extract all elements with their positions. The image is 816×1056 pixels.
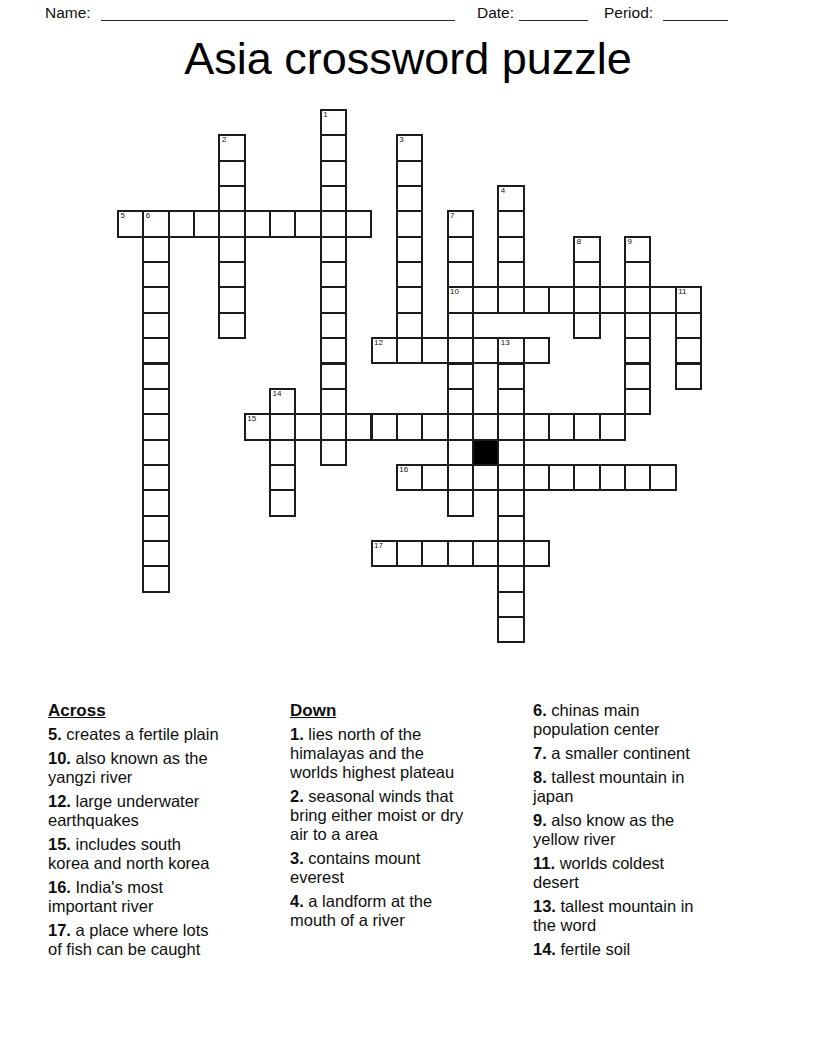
- grid-cell[interactable]: [396, 540, 423, 567]
- grid-cell[interactable]: [396, 185, 423, 212]
- grid-cell[interactable]: [649, 286, 676, 313]
- clue-number: 11: [678, 287, 686, 297]
- grid-cell[interactable]: [320, 286, 347, 313]
- grid-cell[interactable]: [523, 286, 550, 313]
- grid-cell[interactable]: [320, 388, 347, 415]
- grid-cell[interactable]: [599, 464, 626, 491]
- grid-cell[interactable]: 4: [497, 185, 524, 212]
- grid-cell[interactable]: [320, 337, 347, 364]
- grid-cell[interactable]: 13: [497, 337, 524, 364]
- grid-cell[interactable]: [371, 413, 398, 440]
- clue-number: 1: [323, 110, 327, 120]
- clue-number: 7: [450, 211, 454, 221]
- grid-cell[interactable]: [497, 261, 524, 288]
- grid-cell[interactable]: [320, 160, 347, 187]
- grid-cell[interactable]: [320, 134, 347, 161]
- grid-cell[interactable]: 12: [371, 337, 398, 364]
- clue-down-9: 9. also know as the yellow river: [533, 811, 711, 849]
- grid-cell[interactable]: [675, 312, 702, 339]
- grid-cell[interactable]: [472, 337, 499, 364]
- grid-cell[interactable]: [294, 210, 321, 237]
- clue-down-6: 6. chinas main population center: [533, 701, 711, 739]
- grid-cell[interactable]: [472, 540, 499, 567]
- clue-number: 3: [399, 135, 403, 145]
- grid-cell[interactable]: [624, 312, 651, 339]
- grid-cell[interactable]: [396, 312, 423, 339]
- grid-cell[interactable]: [320, 363, 347, 390]
- grid-cell[interactable]: [142, 413, 169, 440]
- grid-cell[interactable]: [142, 286, 169, 313]
- grid-cell[interactable]: [447, 388, 474, 415]
- grid-cell[interactable]: [218, 312, 245, 339]
- crossword-grid: 1234567891011121314151617: [117, 109, 703, 644]
- clue-down-1: 1. lies north of the himalayas and the w…: [290, 725, 466, 782]
- grid-cell[interactable]: [624, 363, 651, 390]
- clue-number: 16: [399, 465, 408, 475]
- grid-cell[interactable]: [218, 236, 245, 263]
- clue-number: 13: [501, 338, 510, 348]
- clue-across-5: 5. creates a fertile plain: [48, 725, 225, 744]
- clue-number: 8: [577, 237, 581, 247]
- grid-cell[interactable]: [320, 312, 347, 339]
- clue-across-12: 12. large underwater earthquakes: [48, 792, 225, 830]
- down-clues-1: Down 1. lies north of the himalayas and …: [290, 701, 466, 935]
- grid-cell[interactable]: [320, 261, 347, 288]
- grid-cell[interactable]: 15: [244, 413, 271, 440]
- grid-cell[interactable]: [497, 591, 524, 618]
- grid-cell[interactable]: [193, 210, 220, 237]
- clue-number: 6: [146, 211, 150, 221]
- grid-cell[interactable]: [345, 413, 372, 440]
- grid-cell[interactable]: [497, 515, 524, 542]
- grid-cell[interactable]: [624, 286, 651, 313]
- grid-cell[interactable]: [675, 337, 702, 364]
- grid-cell[interactable]: [294, 413, 321, 440]
- grid-cell[interactable]: [497, 489, 524, 516]
- clue-across-17: 17. a place where lots of fish can be ca…: [48, 921, 225, 959]
- grid-cell[interactable]: [447, 312, 474, 339]
- grid-cell[interactable]: [320, 210, 347, 237]
- grid-cell[interactable]: [447, 261, 474, 288]
- grid-cell[interactable]: [599, 413, 626, 440]
- clue-across-15: 15. includes south korea and north korea: [48, 835, 225, 873]
- grid-cell[interactable]: [447, 337, 474, 364]
- grid-cell[interactable]: [396, 160, 423, 187]
- grid-cell[interactable]: [624, 464, 651, 491]
- grid-cell[interactable]: 7: [447, 210, 474, 237]
- clue-down-4: 4. a landform at the mouth of a river: [290, 892, 466, 930]
- grid-cell[interactable]: [142, 388, 169, 415]
- clue-across-16: 16. India's most important river: [48, 878, 225, 916]
- grid-cell[interactable]: [472, 286, 499, 313]
- grid-cell[interactable]: [320, 439, 347, 466]
- grid-cell[interactable]: [624, 388, 651, 415]
- clue-number: 2: [222, 135, 226, 145]
- grid-cell[interactable]: [447, 236, 474, 263]
- clue-down-2: 2. seasonal winds that bring either mois…: [290, 787, 466, 844]
- grid-cell[interactable]: 2: [218, 134, 245, 161]
- grid-cell[interactable]: [218, 286, 245, 313]
- grid-cell[interactable]: [497, 540, 524, 567]
- grid-cell[interactable]: [573, 286, 600, 313]
- grid-cell[interactable]: [497, 464, 524, 491]
- grid-cell[interactable]: [142, 489, 169, 516]
- grid-cell[interactable]: [269, 489, 296, 516]
- grid-cell[interactable]: [142, 261, 169, 288]
- clue-down-3: 3. contains mount everest: [290, 849, 466, 887]
- across-clues: Across 5. creates a fertile plain 10. al…: [48, 701, 225, 964]
- clue-down-7: 7. a smaller continent: [533, 744, 711, 763]
- grid-cell[interactable]: [269, 439, 296, 466]
- grid-cell[interactable]: [573, 413, 600, 440]
- clue-number: 9: [628, 237, 632, 247]
- grid-cell[interactable]: [218, 160, 245, 187]
- worksheet-page: { "game": "crossword", "header": { "name…: [0, 0, 816, 1056]
- grid-cell[interactable]: [142, 337, 169, 364]
- grid-cell[interactable]: [218, 185, 245, 212]
- grid-cell[interactable]: [497, 439, 524, 466]
- grid-cell[interactable]: [624, 337, 651, 364]
- period-label: Period:: [604, 4, 653, 22]
- grid-cell[interactable]: [142, 312, 169, 339]
- grid-cell[interactable]: [523, 337, 550, 364]
- grid-cell[interactable]: 17: [371, 540, 398, 567]
- grid-cell[interactable]: [320, 185, 347, 212]
- grid-cell[interactable]: [497, 413, 524, 440]
- clue-number: 15: [247, 414, 256, 424]
- grid-cell[interactable]: [320, 236, 347, 263]
- grid-cell[interactable]: [320, 413, 347, 440]
- clue-number: 17: [374, 541, 383, 551]
- grid-cell[interactable]: [675, 363, 702, 390]
- grid-cell[interactable]: [447, 489, 474, 516]
- grid-cell[interactable]: [497, 236, 524, 263]
- grid-cell[interactable]: [573, 464, 600, 491]
- clue-number: 12: [374, 338, 383, 348]
- grid-cell[interactable]: [168, 210, 195, 237]
- grid-cell[interactable]: [497, 388, 524, 415]
- grid-cell[interactable]: [142, 236, 169, 263]
- grid-cell[interactable]: 6: [142, 210, 169, 237]
- grid-cell[interactable]: [548, 413, 575, 440]
- grid-cell[interactable]: 8: [573, 236, 600, 263]
- grid-cell[interactable]: [649, 464, 676, 491]
- grid-cell[interactable]: [497, 616, 524, 643]
- grid-cell[interactable]: [523, 540, 550, 567]
- grid-cell[interactable]: [396, 210, 423, 237]
- grid-cell[interactable]: [218, 210, 245, 237]
- grid-cell[interactable]: [548, 286, 575, 313]
- grid-cell[interactable]: [345, 210, 372, 237]
- clue-down-8: 8. tallest mountain in japan: [533, 768, 711, 806]
- grid-cell[interactable]: [269, 413, 296, 440]
- grid-cell[interactable]: [396, 337, 423, 364]
- grid-cell[interactable]: [523, 464, 550, 491]
- grid-cell[interactable]: [269, 210, 296, 237]
- down-clues-2: 6. chinas main population center 7. a sm…: [533, 701, 711, 964]
- grid-cell[interactable]: [573, 312, 600, 339]
- page-title: Asia crossword puzzle: [0, 33, 816, 85]
- grid-cell[interactable]: [599, 286, 626, 313]
- grid-cell[interactable]: [142, 464, 169, 491]
- grid-cell[interactable]: [142, 439, 169, 466]
- grid-cell[interactable]: [142, 540, 169, 567]
- grid-cell-black: [472, 439, 499, 466]
- grid-cell[interactable]: [447, 439, 474, 466]
- grid-cell[interactable]: [472, 464, 499, 491]
- clue-down-14: 14. fertile soil: [533, 940, 711, 959]
- grid-cell[interactable]: 5: [117, 210, 144, 237]
- period-field[interactable]: [663, 2, 728, 21]
- clue-number: 5: [121, 211, 125, 221]
- clue-number: 4: [501, 186, 505, 196]
- clue-across-10: 10. also known as the yangzi river: [48, 749, 225, 787]
- grid-cell[interactable]: [523, 413, 550, 440]
- name-field[interactable]: [101, 2, 455, 21]
- grid-cell[interactable]: [497, 565, 524, 592]
- grid-cell[interactable]: [421, 337, 448, 364]
- grid-cell[interactable]: [396, 286, 423, 313]
- grid-cell[interactable]: 14: [269, 388, 296, 415]
- clue-down-13: 13. tallest mountain in the word: [533, 897, 711, 935]
- grid-cell[interactable]: 1: [320, 109, 347, 136]
- grid-cell[interactable]: [142, 565, 169, 592]
- clue-number: 14: [273, 389, 282, 399]
- clue-down-11: 11. worlds coldest desert: [533, 854, 711, 892]
- grid-cell[interactable]: 9: [624, 236, 651, 263]
- grid-cell[interactable]: [447, 540, 474, 567]
- grid-cell[interactable]: [497, 210, 524, 237]
- grid-cell[interactable]: [396, 413, 423, 440]
- grid-cell[interactable]: [548, 464, 575, 491]
- grid-cell[interactable]: [624, 261, 651, 288]
- grid-cell[interactable]: [573, 261, 600, 288]
- date-field[interactable]: [519, 2, 588, 21]
- grid-cell[interactable]: [218, 261, 245, 288]
- grid-cell[interactable]: [269, 464, 296, 491]
- grid-cell[interactable]: [447, 464, 474, 491]
- grid-cell[interactable]: 3: [396, 134, 423, 161]
- grid-cell[interactable]: [497, 286, 524, 313]
- grid-cell[interactable]: [396, 261, 423, 288]
- grid-cell[interactable]: [447, 363, 474, 390]
- grid-cell[interactable]: [472, 413, 499, 440]
- grid-cell[interactable]: 16: [396, 464, 423, 491]
- grid-cell[interactable]: [142, 515, 169, 542]
- date-label: Date:: [477, 4, 514, 22]
- grid-cell[interactable]: 10: [447, 286, 474, 313]
- clue-number: 10: [450, 287, 459, 297]
- grid-cell[interactable]: [497, 363, 524, 390]
- grid-cell[interactable]: [421, 413, 448, 440]
- grid-cell[interactable]: [396, 236, 423, 263]
- across-heading: Across: [48, 701, 225, 720]
- grid-cell[interactable]: [447, 413, 474, 440]
- name-label: Name:: [45, 4, 91, 22]
- down-heading: Down: [290, 701, 466, 720]
- grid-cell[interactable]: [421, 540, 448, 567]
- grid-cell[interactable]: 11: [675, 286, 702, 313]
- grid-cell[interactable]: [244, 210, 271, 237]
- grid-cell[interactable]: [421, 464, 448, 491]
- grid-cell[interactable]: [142, 363, 169, 390]
